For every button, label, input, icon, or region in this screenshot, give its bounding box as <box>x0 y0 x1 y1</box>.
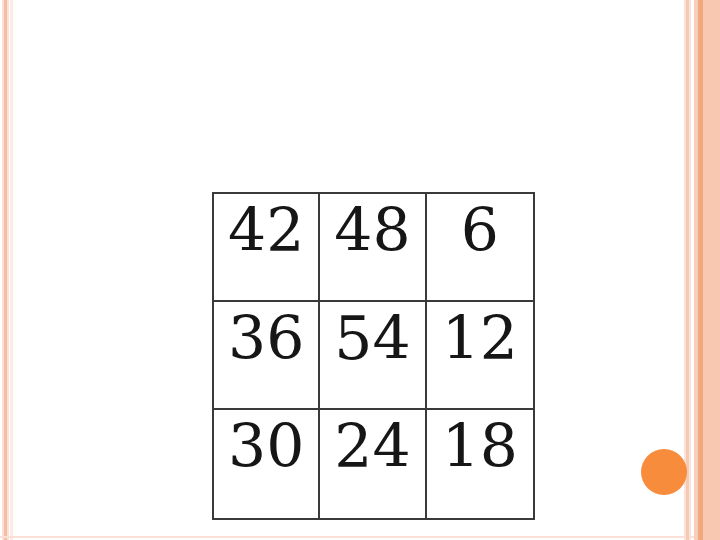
grid-cell-r1c1: 42 <box>214 194 320 302</box>
grid-cell-r1c3: 6 <box>427 194 533 302</box>
grid-cell-r2c3: 12 <box>427 302 533 410</box>
grid-cell-r2c1: 36 <box>214 302 320 410</box>
right-stripe-3 <box>689 0 691 540</box>
grid-cell-r3c3: 18 <box>427 410 533 518</box>
grid-cell-r3c2: 24 <box>320 410 426 518</box>
number-grid: 42 48 6 36 54 12 30 24 18 <box>212 192 535 520</box>
grid-cell-r3c1: 30 <box>214 410 320 518</box>
presentation-slide: 42 48 6 36 54 12 30 24 18 <box>0 0 720 540</box>
grid-cell-r1c2: 48 <box>320 194 426 302</box>
grid-cell-r2c2: 54 <box>320 302 426 410</box>
left-stripe-4 <box>10 0 13 540</box>
accent-circle <box>641 449 687 495</box>
bottom-rule <box>0 536 720 538</box>
right-stripe-band <box>703 0 720 540</box>
left-stripe-3 <box>7 0 9 540</box>
